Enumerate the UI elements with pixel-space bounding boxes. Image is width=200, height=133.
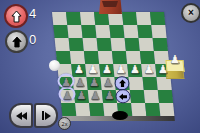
white-pawn[interactable]: ♟: [144, 63, 154, 74]
gray-pawn[interactable]: ♟: [89, 76, 99, 87]
gray-pawn[interactable]: ♟: [61, 76, 71, 87]
board-square[interactable]: [151, 25, 166, 38]
up-arrow-icon: [11, 10, 22, 23]
board-square[interactable]: [142, 77, 157, 90]
step-forward-button[interactable]: [34, 103, 58, 128]
board-square[interactable]: [61, 103, 76, 116]
gray-counter-value: 0: [29, 32, 36, 47]
chess-board[interactable]: [52, 12, 175, 121]
brown-box-opening-icon: [102, 1, 118, 7]
gray-pawn[interactable]: ♟: [103, 76, 113, 87]
white-pawn[interactable]: ♟: [158, 63, 168, 74]
gray-pawn[interactable]: ♟: [63, 89, 73, 100]
board-square[interactable]: [55, 38, 70, 51]
red-counter-value: 4: [29, 6, 36, 21]
left-arrow-icon: [119, 92, 128, 100]
speed-2x-badge[interactable]: 2x: [58, 117, 71, 130]
white-pawn[interactable]: ♟: [130, 63, 140, 74]
board-square[interactable]: [145, 103, 160, 116]
board-square[interactable]: [81, 25, 96, 38]
board-square[interactable]: [136, 12, 151, 25]
board-square[interactable]: [67, 25, 82, 38]
speed-label: 2x: [62, 121, 68, 127]
rewind-button[interactable]: [9, 103, 33, 128]
board-square[interactable]: [131, 103, 146, 116]
board-square[interactable]: [111, 38, 126, 51]
board-square[interactable]: [150, 12, 165, 25]
gray-up-arrow-counter[interactable]: [5, 30, 28, 53]
white-pawn[interactable]: ♟: [116, 63, 126, 74]
game-stage: ♟♟♟♟♟♟♟♟♟♟♟♟♟♟♟ ♟ 4 0 × 2x: [0, 0, 200, 133]
board-square[interactable]: [83, 38, 98, 51]
black-hole: [112, 111, 128, 120]
board-square[interactable]: [89, 103, 104, 116]
board-square[interactable]: [123, 25, 138, 38]
brown-box: [99, 0, 122, 14]
extra-square-front: [166, 71, 185, 79]
board-square[interactable]: [158, 90, 173, 103]
white-pawn[interactable]: ♟: [88, 63, 98, 74]
board-square[interactable]: [69, 38, 84, 51]
close-icon: ×: [188, 8, 194, 18]
playback-controls: [9, 103, 58, 128]
step-forward-icon: [42, 111, 44, 120]
board-square[interactable]: [109, 25, 124, 38]
move-token-left[interactable]: [116, 89, 131, 103]
board-square[interactable]: [97, 38, 112, 51]
white-ball[interactable]: [49, 60, 60, 71]
board-square[interactable]: [144, 90, 159, 103]
board-square[interactable]: [95, 25, 110, 38]
board-square[interactable]: [128, 77, 143, 90]
board-square[interactable]: [159, 103, 174, 116]
board-square[interactable]: [53, 25, 68, 38]
gray-pawn[interactable]: ♟: [105, 89, 115, 100]
move-token-up[interactable]: [115, 76, 130, 90]
board-square[interactable]: [153, 38, 168, 51]
board-square[interactable]: [139, 38, 154, 51]
gray-pawn[interactable]: ♟: [91, 89, 101, 100]
white-pawn[interactable]: ♟: [170, 54, 180, 65]
gray-pawn[interactable]: ♟: [75, 76, 85, 87]
white-pawn[interactable]: ♟: [102, 63, 112, 74]
close-button[interactable]: ×: [181, 3, 200, 23]
board-square[interactable]: [122, 12, 137, 25]
board-square[interactable]: [125, 38, 140, 51]
up-arrow-icon: [118, 79, 126, 87]
red-up-arrow-counter[interactable]: [4, 4, 28, 28]
board-square[interactable]: [52, 12, 67, 25]
board-square[interactable]: [137, 25, 152, 38]
board-square[interactable]: [75, 103, 90, 116]
board-square[interactable]: [130, 90, 145, 103]
board-square[interactable]: [80, 12, 95, 25]
gray-pawn[interactable]: ♟: [77, 89, 87, 100]
white-pawn[interactable]: ♟: [74, 63, 84, 74]
up-arrow-icon: [12, 36, 22, 48]
board-square[interactable]: [66, 12, 81, 25]
